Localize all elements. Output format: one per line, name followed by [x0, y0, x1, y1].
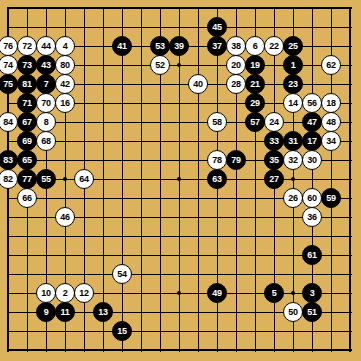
move-number: 76 [3, 42, 12, 51]
move-number: 41 [117, 42, 126, 51]
stone-white-76[interactable]: 76 [0, 36, 18, 56]
move-number: 28 [231, 80, 240, 89]
move-number: 54 [117, 270, 126, 279]
stone-white-56[interactable]: 56 [302, 93, 322, 113]
stone-black-83[interactable]: 83 [0, 150, 18, 170]
move-number: 72 [22, 42, 31, 51]
stone-black-67[interactable]: 67 [17, 112, 37, 132]
move-number: 79 [231, 156, 240, 165]
stone-black-3[interactable]: 3 [302, 283, 322, 303]
stone-black-71[interactable]: 71 [17, 93, 37, 113]
stone-black-59[interactable]: 59 [321, 188, 341, 208]
stone-white-60[interactable]: 60 [302, 188, 322, 208]
stone-black-35[interactable]: 35 [264, 150, 284, 170]
move-number: 60 [307, 194, 316, 203]
move-number: 43 [41, 61, 50, 70]
move-number: 82 [3, 175, 12, 184]
stone-black-77[interactable]: 77 [17, 169, 37, 189]
stone-white-54[interactable]: 54 [112, 264, 132, 284]
stone-white-84[interactable]: 84 [0, 112, 18, 132]
stone-black-29[interactable]: 29 [245, 93, 265, 113]
move-number: 46 [60, 213, 69, 222]
move-number: 14 [288, 99, 297, 108]
stone-black-49[interactable]: 49 [207, 283, 227, 303]
stone-black-45[interactable]: 45 [207, 17, 227, 37]
stone-white-24[interactable]: 24 [264, 112, 284, 132]
move-number: 25 [288, 42, 297, 51]
move-number: 75 [3, 80, 12, 89]
move-number: 48 [326, 118, 335, 127]
stone-white-18[interactable]: 18 [321, 93, 341, 113]
move-number: 22 [269, 42, 278, 51]
stone-white-64[interactable]: 64 [74, 169, 94, 189]
move-number: 49 [212, 289, 221, 298]
move-number: 51 [307, 308, 316, 317]
stone-black-37[interactable]: 37 [207, 36, 227, 56]
stone-white-50[interactable]: 50 [283, 302, 303, 322]
move-number: 10 [41, 289, 50, 298]
go-board[interactable]: 1234567891011121314151617181920212223242… [0, 0, 361, 361]
move-number: 83 [3, 156, 12, 165]
stone-black-79[interactable]: 79 [226, 150, 246, 170]
move-number: 42 [60, 80, 69, 89]
stone-black-81[interactable]: 81 [17, 74, 37, 94]
stone-black-73[interactable]: 73 [17, 55, 37, 75]
move-number: 32 [288, 156, 297, 165]
move-number: 31 [288, 137, 297, 146]
stone-white-28[interactable]: 28 [226, 74, 246, 94]
stone-black-7[interactable]: 7 [36, 74, 56, 94]
move-number: 50 [288, 308, 297, 317]
stone-white-46[interactable]: 46 [55, 207, 75, 227]
stone-white-66[interactable]: 66 [17, 188, 37, 208]
stone-black-65[interactable]: 65 [17, 150, 37, 170]
stone-black-31[interactable]: 31 [283, 131, 303, 151]
move-number: 52 [155, 61, 164, 70]
move-number: 21 [250, 80, 259, 89]
stone-white-16[interactable]: 16 [55, 93, 75, 113]
move-number: 68 [41, 137, 50, 146]
move-number: 18 [326, 99, 335, 108]
stone-black-5[interactable]: 5 [264, 283, 284, 303]
move-number: 5 [272, 289, 277, 298]
stone-white-12[interactable]: 12 [74, 283, 94, 303]
move-number: 2 [63, 289, 68, 298]
stone-white-70[interactable]: 70 [36, 93, 56, 113]
move-number: 33 [269, 137, 278, 146]
stone-black-17[interactable]: 17 [302, 131, 322, 151]
stone-black-25[interactable]: 25 [283, 36, 303, 56]
move-number: 40 [193, 80, 202, 89]
stone-black-75[interactable]: 75 [0, 74, 18, 94]
stone-black-39[interactable]: 39 [169, 36, 189, 56]
stone-white-4[interactable]: 4 [55, 36, 75, 56]
move-number: 63 [212, 175, 221, 184]
move-number: 15 [117, 327, 126, 336]
move-number: 55 [41, 175, 50, 184]
stone-white-74[interactable]: 74 [0, 55, 18, 75]
stone-black-61[interactable]: 61 [302, 245, 322, 265]
move-number: 71 [22, 99, 31, 108]
move-number: 81 [22, 80, 31, 89]
move-number: 39 [174, 42, 183, 51]
move-number: 13 [98, 308, 107, 317]
move-number: 35 [269, 156, 278, 165]
move-number: 38 [231, 42, 240, 51]
move-number: 29 [250, 99, 259, 108]
move-number: 64 [79, 175, 88, 184]
move-number: 34 [326, 137, 335, 146]
stone-white-8[interactable]: 8 [36, 112, 56, 132]
stone-white-80[interactable]: 80 [55, 55, 75, 75]
stone-black-53[interactable]: 53 [150, 36, 170, 56]
stones-layer: 1234567891011121314151617181920212223242… [0, 0, 361, 361]
move-number: 84 [3, 118, 12, 127]
stone-white-48[interactable]: 48 [321, 112, 341, 132]
move-number: 27 [269, 175, 278, 184]
stone-white-40[interactable]: 40 [188, 74, 208, 94]
move-number: 1 [291, 61, 296, 70]
stone-black-57[interactable]: 57 [245, 112, 265, 132]
move-number: 20 [231, 61, 240, 70]
move-number: 45 [212, 23, 221, 32]
move-number: 19 [250, 61, 259, 70]
move-number: 9 [44, 308, 49, 317]
stone-white-2[interactable]: 2 [55, 283, 75, 303]
move-number: 74 [3, 61, 12, 70]
stone-black-41[interactable]: 41 [112, 36, 132, 56]
stone-white-30[interactable]: 30 [302, 150, 322, 170]
stone-white-78[interactable]: 78 [207, 150, 227, 170]
move-number: 73 [22, 61, 31, 70]
move-number: 70 [41, 99, 50, 108]
stone-black-43[interactable]: 43 [36, 55, 56, 75]
move-number: 65 [22, 156, 31, 165]
move-number: 53 [155, 42, 164, 51]
stone-black-21[interactable]: 21 [245, 74, 265, 94]
move-number: 8 [44, 118, 49, 127]
stone-white-62[interactable]: 62 [321, 55, 341, 75]
move-number: 69 [22, 137, 31, 146]
stone-black-15[interactable]: 15 [112, 321, 132, 341]
stone-black-33[interactable]: 33 [264, 131, 284, 151]
move-number: 58 [212, 118, 221, 127]
move-number: 30 [307, 156, 316, 165]
stone-white-68[interactable]: 68 [36, 131, 56, 151]
move-number: 37 [212, 42, 221, 51]
move-number: 66 [22, 194, 31, 203]
stone-white-36[interactable]: 36 [302, 207, 322, 227]
move-number: 56 [307, 99, 316, 108]
stone-black-13[interactable]: 13 [93, 302, 113, 322]
stone-white-58[interactable]: 58 [207, 112, 227, 132]
move-number: 78 [212, 156, 221, 165]
stone-black-63[interactable]: 63 [207, 169, 227, 189]
move-number: 47 [307, 118, 316, 127]
stone-black-19[interactable]: 19 [245, 55, 265, 75]
stone-white-26[interactable]: 26 [283, 188, 303, 208]
stone-white-14[interactable]: 14 [283, 93, 303, 113]
stone-white-10[interactable]: 10 [36, 283, 56, 303]
move-number: 24 [269, 118, 278, 127]
move-number: 59 [326, 194, 335, 203]
move-number: 12 [79, 289, 88, 298]
stone-white-20[interactable]: 20 [226, 55, 246, 75]
move-number: 61 [307, 251, 316, 260]
stone-white-32[interactable]: 32 [283, 150, 303, 170]
move-number: 44 [41, 42, 50, 51]
move-number: 3 [310, 289, 315, 298]
move-number: 4 [63, 42, 68, 51]
move-number: 57 [250, 118, 259, 127]
move-number: 16 [60, 99, 69, 108]
stone-black-11[interactable]: 11 [55, 302, 75, 322]
stone-black-55[interactable]: 55 [36, 169, 56, 189]
move-number: 23 [288, 80, 297, 89]
stone-white-82[interactable]: 82 [0, 169, 18, 189]
stone-white-44[interactable]: 44 [36, 36, 56, 56]
move-number: 7 [44, 80, 49, 89]
stone-white-34[interactable]: 34 [321, 131, 341, 151]
move-number: 6 [253, 42, 258, 51]
move-number: 26 [288, 194, 297, 203]
move-number: 62 [326, 61, 335, 70]
stone-black-51[interactable]: 51 [302, 302, 322, 322]
move-number: 80 [60, 61, 69, 70]
move-number: 11 [61, 308, 70, 317]
stone-black-27[interactable]: 27 [264, 169, 284, 189]
stone-white-52[interactable]: 52 [150, 55, 170, 75]
move-number: 36 [307, 213, 316, 222]
stone-white-42[interactable]: 42 [55, 74, 75, 94]
move-number: 67 [22, 118, 31, 127]
stone-white-72[interactable]: 72 [17, 36, 37, 56]
stone-white-38[interactable]: 38 [226, 36, 246, 56]
move-number: 77 [22, 175, 31, 184]
stone-black-23[interactable]: 23 [283, 74, 303, 94]
stone-white-22[interactable]: 22 [264, 36, 284, 56]
move-number: 17 [307, 137, 316, 146]
stone-black-69[interactable]: 69 [17, 131, 37, 151]
stone-white-6[interactable]: 6 [245, 36, 265, 56]
stone-black-9[interactable]: 9 [36, 302, 56, 322]
stone-black-1[interactable]: 1 [283, 55, 303, 75]
stone-black-47[interactable]: 47 [302, 112, 322, 132]
